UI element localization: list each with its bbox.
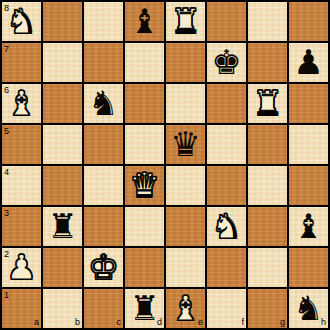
square-a2[interactable]: 2♟ (2, 248, 41, 287)
square-b8[interactable] (43, 2, 82, 41)
file-label-c: c (117, 318, 122, 327)
square-e6[interactable] (166, 84, 205, 123)
square-f2[interactable] (207, 248, 246, 287)
square-b7[interactable] (43, 43, 82, 82)
square-g5[interactable] (248, 125, 287, 164)
square-a6[interactable]: 6♝ (2, 84, 41, 123)
square-h4[interactable] (289, 166, 328, 205)
white-bishop-piece: ♝ (170, 291, 200, 325)
square-d8[interactable]: ♝ (125, 2, 164, 41)
white-pawn-piece: ♟ (6, 250, 36, 284)
black-bishop-piece: ♝ (293, 209, 323, 243)
black-bishop-piece: ♝ (129, 4, 159, 38)
square-e4[interactable] (166, 166, 205, 205)
square-a5[interactable]: 5 (2, 125, 41, 164)
black-rook-piece: ♜ (47, 209, 77, 243)
file-label-g: g (280, 318, 285, 327)
square-g7[interactable] (248, 43, 287, 82)
rank-label-4: 4 (4, 168, 9, 177)
square-b2[interactable] (43, 248, 82, 287)
square-a3[interactable]: 3 (2, 207, 41, 246)
white-knight-piece: ♞ (6, 4, 36, 38)
white-bishop-piece: ♝ (6, 86, 36, 120)
square-b4[interactable] (43, 166, 82, 205)
square-f6[interactable] (207, 84, 246, 123)
chess-board: 8♞♝♜7♚♟6♝♞♜5♛4♛3♜♞♝2♟♚1abcd♜e♝fgh♞ (2, 2, 328, 328)
rank-label-3: 3 (4, 209, 9, 218)
square-f7[interactable]: ♚ (207, 43, 246, 82)
black-queen-piece: ♛ (170, 127, 200, 161)
black-king-piece: ♚ (211, 45, 241, 79)
square-d4[interactable]: ♛ (125, 166, 164, 205)
square-e1[interactable]: e♝ (166, 289, 205, 328)
square-d7[interactable] (125, 43, 164, 82)
square-h2[interactable] (289, 248, 328, 287)
black-knight-piece: ♞ (293, 291, 323, 325)
square-a7[interactable]: 7 (2, 43, 41, 82)
square-c2[interactable]: ♚ (84, 248, 123, 287)
rank-label-7: 7 (4, 45, 9, 54)
square-h8[interactable] (289, 2, 328, 41)
square-f8[interactable] (207, 2, 246, 41)
square-e5[interactable]: ♛ (166, 125, 205, 164)
black-rook-piece: ♜ (129, 291, 159, 325)
square-f3[interactable]: ♞ (207, 207, 246, 246)
chess-board-frame: 8♞♝♜7♚♟6♝♞♜5♛4♛3♜♞♝2♟♚1abcd♜e♝fgh♞ (0, 0, 330, 330)
square-d3[interactable] (125, 207, 164, 246)
square-g2[interactable] (248, 248, 287, 287)
square-h7[interactable]: ♟ (289, 43, 328, 82)
square-c7[interactable] (84, 43, 123, 82)
file-label-f: f (241, 318, 244, 327)
white-rook-piece: ♜ (252, 86, 282, 120)
square-f4[interactable] (207, 166, 246, 205)
square-b3[interactable]: ♜ (43, 207, 82, 246)
square-h3[interactable]: ♝ (289, 207, 328, 246)
square-g4[interactable] (248, 166, 287, 205)
square-b1[interactable]: b (43, 289, 82, 328)
square-a1[interactable]: 1a (2, 289, 41, 328)
file-label-a: a (34, 318, 39, 327)
square-a8[interactable]: 8♞ (2, 2, 41, 41)
square-c6[interactable]: ♞ (84, 84, 123, 123)
square-b5[interactable] (43, 125, 82, 164)
square-f5[interactable] (207, 125, 246, 164)
square-d2[interactable] (125, 248, 164, 287)
white-rook-piece: ♜ (170, 4, 200, 38)
square-g8[interactable] (248, 2, 287, 41)
rank-label-1: 1 (4, 291, 9, 300)
square-c8[interactable] (84, 2, 123, 41)
square-g3[interactable] (248, 207, 287, 246)
square-a4[interactable]: 4 (2, 166, 41, 205)
black-knight-piece: ♞ (88, 86, 118, 120)
square-b6[interactable] (43, 84, 82, 123)
square-c3[interactable] (84, 207, 123, 246)
square-d5[interactable] (125, 125, 164, 164)
square-h5[interactable] (289, 125, 328, 164)
square-d1[interactable]: d♜ (125, 289, 164, 328)
black-pawn-piece: ♟ (293, 45, 323, 79)
file-label-b: b (75, 318, 80, 327)
square-d6[interactable] (125, 84, 164, 123)
white-queen-piece: ♛ (129, 168, 159, 202)
square-e8[interactable]: ♜ (166, 2, 205, 41)
square-h1[interactable]: h♞ (289, 289, 328, 328)
white-king-piece: ♚ (88, 250, 118, 284)
square-g1[interactable]: g (248, 289, 287, 328)
square-c5[interactable] (84, 125, 123, 164)
square-c1[interactable]: c (84, 289, 123, 328)
square-g6[interactable]: ♜ (248, 84, 287, 123)
square-e7[interactable] (166, 43, 205, 82)
white-knight-piece: ♞ (211, 209, 241, 243)
square-h6[interactable] (289, 84, 328, 123)
square-e2[interactable] (166, 248, 205, 287)
square-e3[interactable] (166, 207, 205, 246)
square-f1[interactable]: f (207, 289, 246, 328)
rank-label-5: 5 (4, 127, 9, 136)
square-c4[interactable] (84, 166, 123, 205)
